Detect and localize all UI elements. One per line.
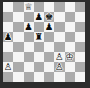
square-g4[interactable] bbox=[65, 42, 75, 52]
square-e8[interactable] bbox=[44, 2, 54, 12]
square-f8[interactable] bbox=[54, 2, 64, 12]
white-king-g3[interactable]: ♔ bbox=[65, 52, 74, 62]
square-g7[interactable] bbox=[65, 12, 75, 22]
square-e4[interactable] bbox=[44, 42, 54, 52]
square-c6[interactable]: ♟ bbox=[24, 22, 34, 32]
square-c2[interactable] bbox=[24, 62, 34, 72]
square-d6[interactable] bbox=[34, 22, 44, 32]
square-a7[interactable] bbox=[3, 12, 13, 22]
square-b4[interactable] bbox=[13, 42, 23, 52]
square-f7[interactable] bbox=[54, 12, 64, 22]
black-king-e7[interactable]: ♚ bbox=[45, 12, 54, 22]
chess-board: ♕♟♚♟♟♟♜♙♔♙♙ bbox=[3, 2, 85, 82]
square-b3[interactable] bbox=[13, 52, 23, 62]
square-f6[interactable] bbox=[54, 22, 64, 32]
square-c7[interactable] bbox=[24, 12, 34, 22]
white-pawn-a2[interactable]: ♙ bbox=[4, 62, 13, 72]
square-f2[interactable]: ♙ bbox=[54, 62, 64, 72]
square-b2[interactable] bbox=[13, 62, 23, 72]
square-b7[interactable] bbox=[13, 12, 23, 22]
square-h7[interactable] bbox=[75, 12, 85, 22]
white-queen-c8[interactable]: ♕ bbox=[24, 2, 33, 12]
black-pawn-e6[interactable]: ♟ bbox=[45, 22, 54, 32]
square-a4[interactable] bbox=[3, 42, 13, 52]
square-e7[interactable]: ♚ bbox=[44, 12, 54, 22]
square-c3[interactable] bbox=[24, 52, 34, 62]
square-f3[interactable]: ♙ bbox=[54, 52, 64, 62]
square-e5[interactable] bbox=[44, 32, 54, 42]
square-d8[interactable] bbox=[34, 2, 44, 12]
square-a8[interactable] bbox=[3, 2, 13, 12]
square-g5[interactable] bbox=[65, 32, 75, 42]
square-b5[interactable] bbox=[13, 32, 23, 42]
white-pawn-f3[interactable]: ♙ bbox=[55, 52, 64, 62]
square-e2[interactable] bbox=[44, 62, 54, 72]
chess-diagram: ♕♟♚♟♟♟♜♙♔♙♙ bbox=[0, 0, 90, 88]
square-h6[interactable] bbox=[75, 22, 85, 32]
square-c1[interactable] bbox=[24, 72, 34, 82]
square-d2[interactable] bbox=[34, 62, 44, 72]
square-b8[interactable] bbox=[13, 2, 23, 12]
black-rook-d5[interactable]: ♜ bbox=[35, 32, 44, 42]
square-c8[interactable]: ♕ bbox=[24, 2, 34, 12]
square-e6[interactable]: ♟ bbox=[44, 22, 54, 32]
square-f1[interactable] bbox=[54, 72, 64, 82]
square-b1[interactable] bbox=[13, 72, 23, 82]
square-c5[interactable] bbox=[24, 32, 34, 42]
black-pawn-c6[interactable]: ♟ bbox=[24, 22, 33, 32]
white-pawn-f2[interactable]: ♙ bbox=[55, 62, 64, 72]
square-h5[interactable] bbox=[75, 32, 85, 42]
square-h4[interactable] bbox=[75, 42, 85, 52]
square-d5[interactable]: ♜ bbox=[34, 32, 44, 42]
square-h2[interactable] bbox=[75, 62, 85, 72]
square-a6[interactable] bbox=[3, 22, 13, 32]
black-pawn-d7[interactable]: ♟ bbox=[35, 12, 44, 22]
square-d3[interactable] bbox=[34, 52, 44, 62]
square-g1[interactable] bbox=[65, 72, 75, 82]
square-f5[interactable] bbox=[54, 32, 64, 42]
square-e3[interactable] bbox=[44, 52, 54, 62]
square-b6[interactable] bbox=[13, 22, 23, 32]
square-g2[interactable] bbox=[65, 62, 75, 72]
square-h3[interactable] bbox=[75, 52, 85, 62]
square-d4[interactable] bbox=[34, 42, 44, 52]
square-h1[interactable] bbox=[75, 72, 85, 82]
square-a1[interactable] bbox=[3, 72, 13, 82]
square-d1[interactable] bbox=[34, 72, 44, 82]
square-e1[interactable] bbox=[44, 72, 54, 82]
black-pawn-a5[interactable]: ♟ bbox=[4, 32, 13, 42]
square-a2[interactable]: ♙ bbox=[3, 62, 13, 72]
square-f4[interactable] bbox=[54, 42, 64, 52]
square-c4[interactable] bbox=[24, 42, 34, 52]
square-a3[interactable] bbox=[3, 52, 13, 62]
square-g8[interactable] bbox=[65, 2, 75, 12]
square-g3[interactable]: ♔ bbox=[65, 52, 75, 62]
square-h8[interactable] bbox=[75, 2, 85, 12]
square-a5[interactable]: ♟ bbox=[3, 32, 13, 42]
square-d7[interactable]: ♟ bbox=[34, 12, 44, 22]
square-g6[interactable] bbox=[65, 22, 75, 32]
